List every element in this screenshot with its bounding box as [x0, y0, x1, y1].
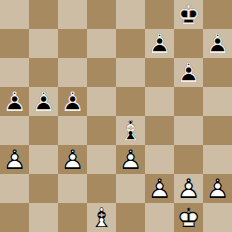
white-pawn-detail: ♙ [58, 145, 87, 174]
square-g3[interactable] [174, 145, 203, 174]
black-bishop[interactable]: ♝♗ [116, 116, 145, 145]
white-king-detail: ♔ [174, 203, 203, 232]
square-d8[interactable] [87, 0, 116, 29]
square-h3[interactable] [203, 145, 232, 174]
square-f7[interactable]: ♟♙ [145, 29, 174, 58]
square-d7[interactable] [87, 29, 116, 58]
white-pawn-detail: ♙ [116, 145, 145, 174]
black-pawn-detail: ♙ [203, 29, 232, 58]
square-h7[interactable]: ♟♙ [203, 29, 232, 58]
square-b2[interactable] [29, 174, 58, 203]
black-king[interactable]: ♚♔ [174, 0, 203, 29]
black-pawn-detail: ♙ [29, 87, 58, 116]
square-a7[interactable] [0, 29, 29, 58]
white-pawn-detail: ♙ [0, 145, 29, 174]
square-g6[interactable]: ♟♙ [174, 58, 203, 87]
square-a3[interactable]: ♟♙ [0, 145, 29, 174]
white-pawn[interactable]: ♟♙ [203, 174, 232, 203]
white-bishop[interactable]: ♝♗ [87, 203, 116, 232]
square-c4[interactable] [58, 116, 87, 145]
black-pawn[interactable]: ♟♙ [58, 87, 87, 116]
square-a4[interactable] [0, 116, 29, 145]
black-bishop-detail: ♗ [116, 116, 145, 145]
square-g4[interactable] [174, 116, 203, 145]
square-h6[interactable] [203, 58, 232, 87]
square-e5[interactable] [116, 87, 145, 116]
square-b3[interactable] [29, 145, 58, 174]
square-c2[interactable] [58, 174, 87, 203]
square-e8[interactable] [116, 0, 145, 29]
square-c5[interactable]: ♟♙ [58, 87, 87, 116]
square-c1[interactable] [58, 203, 87, 232]
square-f8[interactable] [145, 0, 174, 29]
square-a1[interactable] [0, 203, 29, 232]
square-b1[interactable] [29, 203, 58, 232]
square-e3[interactable]: ♟♙ [116, 145, 145, 174]
white-pawn[interactable]: ♟♙ [116, 145, 145, 174]
square-g8[interactable]: ♚♔ [174, 0, 203, 29]
square-e1[interactable] [116, 203, 145, 232]
black-pawn[interactable]: ♟♙ [0, 87, 29, 116]
square-b7[interactable] [29, 29, 58, 58]
square-a6[interactable] [0, 58, 29, 87]
white-pawn[interactable]: ♟♙ [174, 174, 203, 203]
white-pawn[interactable]: ♟♙ [145, 174, 174, 203]
white-bishop-detail: ♗ [87, 203, 116, 232]
square-c6[interactable] [58, 58, 87, 87]
black-pawn[interactable]: ♟♙ [145, 29, 174, 58]
white-king[interactable]: ♚♔ [174, 203, 203, 232]
black-pawn[interactable]: ♟♙ [29, 87, 58, 116]
square-a5[interactable]: ♟♙ [0, 87, 29, 116]
black-pawn[interactable]: ♟♙ [174, 58, 203, 87]
square-f2[interactable]: ♟♙ [145, 174, 174, 203]
black-pawn-detail: ♙ [145, 29, 174, 58]
square-e7[interactable] [116, 29, 145, 58]
square-f3[interactable] [145, 145, 174, 174]
chess-board: ♚♔♟♙♟♙♟♙♟♙♟♙♟♙♝♗♟♙♟♙♟♙♟♙♟♙♟♙♝♗♚♔ [0, 0, 232, 232]
square-h8[interactable] [203, 0, 232, 29]
white-pawn-detail: ♙ [145, 174, 174, 203]
square-b5[interactable]: ♟♙ [29, 87, 58, 116]
white-pawn-detail: ♙ [203, 174, 232, 203]
square-f4[interactable] [145, 116, 174, 145]
square-b6[interactable] [29, 58, 58, 87]
white-pawn-detail: ♙ [174, 174, 203, 203]
square-e6[interactable] [116, 58, 145, 87]
square-h4[interactable] [203, 116, 232, 145]
black-king-detail: ♔ [174, 0, 203, 29]
square-f6[interactable] [145, 58, 174, 87]
square-g1[interactable]: ♚♔ [174, 203, 203, 232]
white-pawn[interactable]: ♟♙ [58, 145, 87, 174]
square-g7[interactable] [174, 29, 203, 58]
white-pawn[interactable]: ♟♙ [0, 145, 29, 174]
square-c3[interactable]: ♟♙ [58, 145, 87, 174]
square-d1[interactable]: ♝♗ [87, 203, 116, 232]
square-e2[interactable] [116, 174, 145, 203]
square-g2[interactable]: ♟♙ [174, 174, 203, 203]
square-b8[interactable] [29, 0, 58, 29]
square-c8[interactable] [58, 0, 87, 29]
square-a8[interactable] [0, 0, 29, 29]
black-pawn[interactable]: ♟♙ [203, 29, 232, 58]
square-f1[interactable] [145, 203, 174, 232]
square-h5[interactable] [203, 87, 232, 116]
square-h1[interactable] [203, 203, 232, 232]
square-b4[interactable] [29, 116, 58, 145]
square-d6[interactable] [87, 58, 116, 87]
black-pawn-detail: ♙ [0, 87, 29, 116]
square-g5[interactable] [174, 87, 203, 116]
square-d3[interactable] [87, 145, 116, 174]
square-d4[interactable] [87, 116, 116, 145]
black-pawn-detail: ♙ [58, 87, 87, 116]
square-d2[interactable] [87, 174, 116, 203]
black-pawn-detail: ♙ [174, 58, 203, 87]
square-f5[interactable] [145, 87, 174, 116]
square-d5[interactable] [87, 87, 116, 116]
square-a2[interactable] [0, 174, 29, 203]
square-c7[interactable] [58, 29, 87, 58]
square-h2[interactable]: ♟♙ [203, 174, 232, 203]
square-e4[interactable]: ♝♗ [116, 116, 145, 145]
